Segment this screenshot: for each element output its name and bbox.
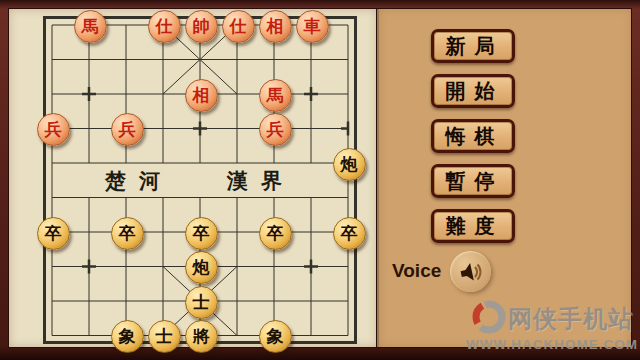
piece-red-general[interactable]: 帥: [185, 10, 218, 43]
piece-red-chariot[interactable]: 車: [296, 10, 329, 43]
piece-black-cannon[interactable]: 炮: [185, 251, 218, 284]
piece-black-soldier[interactable]: 卒: [259, 217, 292, 250]
start-button[interactable]: 開始: [431, 74, 515, 108]
piece-red-advisor[interactable]: 仕: [148, 10, 181, 43]
new-game-button[interactable]: 新局: [431, 29, 515, 63]
piece-black-elephant[interactable]: 象: [111, 320, 144, 353]
piece-black-advisor[interactable]: 士: [148, 320, 181, 353]
piece-red-soldier[interactable]: 兵: [111, 113, 144, 146]
piece-red-soldier[interactable]: 兵: [37, 113, 70, 146]
piece-black-advisor[interactable]: 士: [185, 286, 218, 319]
pause-button[interactable]: 暫停: [431, 164, 515, 198]
piece-black-soldier[interactable]: 卒: [111, 217, 144, 250]
piece-black-elephant[interactable]: 象: [259, 320, 292, 353]
piece-black-cannon[interactable]: 炮: [333, 148, 366, 181]
xiangqi-game-window: 楚河 漢界 馬仕帥仕相車相馬兵兵兵炮卒卒卒卒卒炮士象士將象 新局 開始 悔棋 暫…: [0, 0, 640, 360]
voice-toggle-button[interactable]: [450, 251, 491, 292]
piece-red-horse[interactable]: 馬: [74, 10, 107, 43]
undo-button[interactable]: 悔棋: [431, 119, 515, 153]
piece-black-soldier[interactable]: 卒: [37, 217, 70, 250]
voice-label: Voice: [392, 260, 441, 282]
piece-red-horse[interactable]: 馬: [259, 79, 292, 112]
difficulty-button[interactable]: 難度: [431, 209, 515, 243]
piece-black-soldier[interactable]: 卒: [185, 217, 218, 250]
piece-red-advisor[interactable]: 仕: [222, 10, 255, 43]
piece-red-elephant[interactable]: 相: [185, 79, 218, 112]
speaker-icon: [458, 259, 484, 285]
piece-black-general[interactable]: 將: [185, 320, 218, 353]
piece-layer: 馬仕帥仕相車相馬兵兵兵炮卒卒卒卒卒炮士象士將象: [0, 0, 640, 360]
piece-red-elephant[interactable]: 相: [259, 10, 292, 43]
piece-black-soldier[interactable]: 卒: [333, 217, 366, 250]
piece-red-soldier[interactable]: 兵: [259, 113, 292, 146]
